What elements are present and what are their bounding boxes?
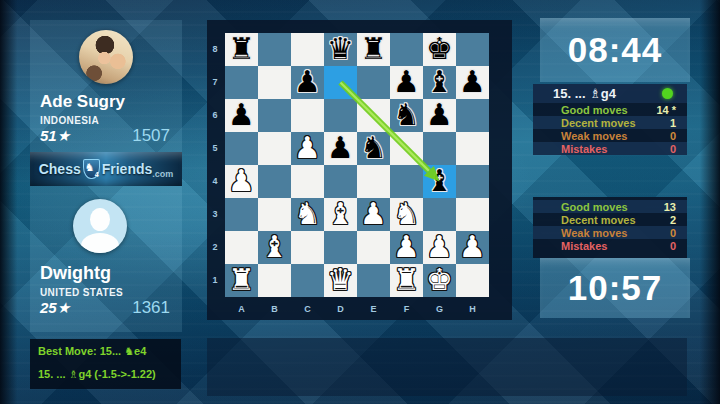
square-h7[interactable]: ♟	[456, 66, 489, 99]
last-move-text: 15. ... ♗g4	[553, 86, 616, 101]
white-rook: ♜	[225, 264, 258, 297]
stat-row-mistakes: Mistakes 0	[533, 239, 687, 252]
square-c7[interactable]: ♟	[291, 66, 324, 99]
rank-label-2: 2	[207, 242, 223, 252]
last-move-line: 15. ... ♗g4	[533, 84, 687, 103]
white-pawn: ♟	[225, 165, 258, 198]
stat-value: 1	[670, 117, 676, 129]
stat-value: 2	[670, 214, 676, 226]
black-king: ♚	[423, 33, 456, 66]
logo-shield-icon: ♞ 4	[83, 159, 100, 179]
stat-value: 14 *	[656, 104, 676, 116]
player-top-country: INDONESIA	[40, 115, 99, 126]
square-f3[interactable]: ♞	[390, 198, 423, 231]
square-h3[interactable]	[456, 198, 489, 231]
square-e7[interactable]	[357, 66, 390, 99]
file-label-a: A	[225, 304, 258, 314]
black-bishop: ♝	[423, 165, 456, 198]
avatar-silhouette-head	[90, 208, 110, 231]
file-label-c: C	[291, 304, 324, 314]
file-label-d: D	[324, 304, 357, 314]
black-knight: ♞	[357, 132, 390, 165]
square-g2[interactable]: ♟	[423, 231, 456, 264]
stat-row-weak: Weak moves 0	[533, 129, 687, 142]
stat-row-good: Good moves 14 *	[533, 103, 687, 116]
square-c6[interactable]	[291, 99, 324, 132]
stat-label: Mistakes	[561, 143, 607, 155]
white-queen: ♛	[324, 264, 357, 297]
square-b8[interactable]	[258, 33, 291, 66]
player-bottom-rating: 1361	[30, 298, 170, 318]
square-f2[interactable]: ♟	[390, 231, 423, 264]
file-label-f: F	[390, 304, 423, 314]
square-a6[interactable]: ♟	[225, 99, 258, 132]
black-pawn: ♟	[423, 99, 456, 132]
square-d8[interactable]: ♛	[324, 33, 357, 66]
square-d1[interactable]: ♛	[324, 264, 357, 297]
square-c1[interactable]	[291, 264, 324, 297]
white-pawn: ♟	[423, 231, 456, 264]
square-a1[interactable]: ♜	[225, 264, 258, 297]
square-c5[interactable]: ♟	[291, 132, 324, 165]
stat-value: 0	[670, 130, 676, 142]
square-b7[interactable]	[258, 66, 291, 99]
logo-number-4: 4	[95, 171, 99, 178]
square-e1[interactable]	[357, 264, 390, 297]
square-c2[interactable]	[291, 231, 324, 264]
file-label-g: G	[423, 304, 456, 314]
chess-board: ♜♛♜♚♟♟♝♟♟♞♟♟♟♞♟♝♞♝♟♞♝♟♟♟♜♛♜♚	[225, 33, 489, 297]
square-g7[interactable]: ♝	[423, 66, 456, 99]
logo-text-friends: Friends	[102, 161, 153, 177]
square-d7[interactable]	[324, 66, 357, 99]
rank-label-6: 6	[207, 110, 223, 120]
square-b1[interactable]	[258, 264, 291, 297]
player-top-avatar	[79, 30, 133, 84]
chess-app-screen: Ade Sugry INDONESIA 51★ 1507 Chess ♞ 4 F…	[0, 0, 720, 404]
square-f5[interactable]	[390, 132, 423, 165]
white-rook: ♜	[390, 264, 423, 297]
square-a4[interactable]: ♟	[225, 165, 258, 198]
square-c8[interactable]	[291, 33, 324, 66]
stat-value: 0	[670, 227, 676, 239]
move-stats-box-bottom: Good moves 13 Decent moves 2 Weak moves …	[533, 197, 687, 258]
white-knight: ♞	[390, 198, 423, 231]
stat-row-decent: Decent moves 2	[533, 213, 687, 226]
clock-bottom: 10:57	[540, 258, 690, 318]
stat-row-weak: Weak moves 0	[533, 226, 687, 239]
square-d4[interactable]	[324, 165, 357, 198]
logo-text-chess: Chess	[39, 161, 81, 177]
square-h2[interactable]: ♟	[456, 231, 489, 264]
stat-label: Decent moves	[561, 117, 636, 129]
square-e8[interactable]: ♜	[357, 33, 390, 66]
white-king: ♚	[423, 264, 456, 297]
stat-row-good: Good moves 13	[533, 200, 687, 213]
rank-label-1: 1	[207, 275, 223, 285]
file-label-e: E	[357, 304, 390, 314]
square-b3[interactable]	[258, 198, 291, 231]
rank-label-7: 7	[207, 77, 223, 87]
good-move-dot-icon	[662, 88, 673, 99]
stat-label: Mistakes	[561, 240, 607, 252]
square-a2[interactable]	[225, 231, 258, 264]
stat-value: 13	[664, 201, 676, 213]
square-d5[interactable]: ♟	[324, 132, 357, 165]
square-b2[interactable]: ♝	[258, 231, 291, 264]
square-f8[interactable]	[390, 33, 423, 66]
square-e6[interactable]	[357, 99, 390, 132]
black-pawn: ♟	[324, 132, 357, 165]
square-h4[interactable]	[456, 165, 489, 198]
square-a3[interactable]	[225, 198, 258, 231]
player-bottom-avatar	[73, 199, 127, 253]
stat-row-decent: Decent moves 1	[533, 116, 687, 129]
square-h8[interactable]	[456, 33, 489, 66]
chess4friends-logo: Chess ♞ 4 Friends .com	[30, 152, 182, 186]
square-d3[interactable]: ♝	[324, 198, 357, 231]
square-b4[interactable]	[258, 165, 291, 198]
square-g3[interactable]	[423, 198, 456, 231]
stat-label: Weak moves	[561, 130, 627, 142]
black-knight: ♞	[390, 99, 423, 132]
white-pawn: ♟	[357, 198, 390, 231]
black-pawn: ♟	[291, 66, 324, 99]
white-bishop: ♝	[324, 198, 357, 231]
logo-text-com: .com	[152, 169, 173, 179]
square-g4[interactable]: ♝	[423, 165, 456, 198]
player-bottom-name: Dwightg	[40, 263, 111, 284]
black-queen: ♛	[324, 33, 357, 66]
square-e3[interactable]: ♟	[357, 198, 390, 231]
square-f6[interactable]: ♞	[390, 99, 423, 132]
square-b6[interactable]	[258, 99, 291, 132]
rank-label-3: 3	[207, 209, 223, 219]
black-bishop: ♝	[423, 66, 456, 99]
square-f4[interactable]	[390, 165, 423, 198]
square-g8[interactable]: ♚	[423, 33, 456, 66]
square-b5[interactable]	[258, 132, 291, 165]
square-a5[interactable]	[225, 132, 258, 165]
player-bottom-country: UNITED STATES	[40, 287, 123, 298]
stat-label: Decent moves	[561, 214, 636, 226]
white-pawn: ♟	[456, 231, 489, 264]
white-pawn: ♟	[390, 231, 423, 264]
square-e5[interactable]: ♞	[357, 132, 390, 165]
player-top-rating: 1507	[30, 126, 170, 146]
square-f7[interactable]: ♟	[390, 66, 423, 99]
stat-value: 0	[670, 240, 676, 252]
square-e2[interactable]	[357, 231, 390, 264]
square-a8[interactable]: ♜	[225, 33, 258, 66]
stat-label: Weak moves	[561, 227, 627, 239]
black-pawn: ♟	[390, 66, 423, 99]
stat-row-mistakes: Mistakes 0	[533, 142, 687, 155]
square-h5[interactable]	[456, 132, 489, 165]
played-move-eval-text: 15. ... ♗g4 (-1.5->-1.22)	[38, 368, 156, 381]
square-e4[interactable]	[357, 165, 390, 198]
stat-label: Good moves	[561, 104, 628, 116]
square-h6[interactable]	[456, 99, 489, 132]
player-top-name: Ade Sugry	[40, 92, 125, 112]
square-d2[interactable]	[324, 231, 357, 264]
black-pawn: ♟	[456, 66, 489, 99]
rank-label-5: 5	[207, 143, 223, 153]
clock-top: 08:44	[540, 18, 690, 82]
black-rook: ♜	[225, 33, 258, 66]
square-c3[interactable]: ♞	[291, 198, 324, 231]
square-f1[interactable]: ♜	[390, 264, 423, 297]
black-pawn: ♟	[225, 99, 258, 132]
square-d6[interactable]	[324, 99, 357, 132]
rank-label-4: 4	[207, 176, 223, 186]
white-knight: ♞	[291, 198, 324, 231]
square-g5[interactable]	[423, 132, 456, 165]
white-bishop: ♝	[258, 231, 291, 264]
square-g6[interactable]: ♟	[423, 99, 456, 132]
black-rook: ♜	[357, 33, 390, 66]
square-a7[interactable]	[225, 66, 258, 99]
best-move-text: Best Move: 15... ♞e4	[38, 345, 146, 358]
white-pawn: ♟	[291, 132, 324, 165]
bottom-overlay-band	[207, 338, 687, 396]
square-g1[interactable]: ♚	[423, 264, 456, 297]
file-label-h: H	[456, 304, 489, 314]
stat-value: 0	[670, 143, 676, 155]
file-label-b: B	[258, 304, 291, 314]
move-stats-box-top: 15. ... ♗g4 Good moves 14 * Decent moves…	[533, 84, 687, 155]
stat-label: Good moves	[561, 201, 628, 213]
square-h1[interactable]	[456, 264, 489, 297]
square-c4[interactable]	[291, 165, 324, 198]
rank-label-8: 8	[207, 44, 223, 54]
